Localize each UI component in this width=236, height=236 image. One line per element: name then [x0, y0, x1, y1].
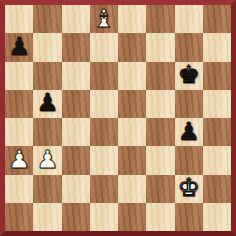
square-g5[interactable]	[175, 90, 203, 118]
white-king[interactable]: ♚	[177, 175, 199, 200]
square-a1[interactable]	[5, 203, 33, 231]
square-f6[interactable]	[146, 62, 174, 90]
square-h4[interactable]	[203, 118, 231, 146]
square-b6[interactable]	[33, 62, 61, 90]
chess-board: ♝♟♚♟♟♟♟♚	[5, 5, 231, 231]
square-b4[interactable]	[33, 118, 61, 146]
square-g3[interactable]	[175, 146, 203, 174]
black-pawn[interactable]: ♟	[177, 119, 199, 144]
square-b5[interactable]: ♟	[33, 90, 61, 118]
square-c8[interactable]	[62, 5, 90, 33]
square-b2[interactable]	[33, 175, 61, 203]
square-f4[interactable]	[146, 118, 174, 146]
square-b7[interactable]	[33, 33, 61, 61]
white-pawn[interactable]: ♟	[36, 147, 58, 172]
square-g8[interactable]	[175, 5, 203, 33]
square-d5[interactable]	[90, 90, 118, 118]
square-d1[interactable]	[90, 203, 118, 231]
square-b1[interactable]	[33, 203, 61, 231]
square-g6[interactable]: ♚	[175, 62, 203, 90]
chess-board-frame: ♝♟♚♟♟♟♟♚	[0, 0, 236, 236]
black-king[interactable]: ♚	[177, 62, 199, 87]
square-h1[interactable]	[203, 203, 231, 231]
square-c5[interactable]	[62, 90, 90, 118]
square-g7[interactable]	[175, 33, 203, 61]
square-h2[interactable]	[203, 175, 231, 203]
square-a5[interactable]	[5, 90, 33, 118]
white-pawn[interactable]: ♟	[8, 147, 30, 172]
square-a6[interactable]	[5, 62, 33, 90]
square-d2[interactable]	[90, 175, 118, 203]
square-g4[interactable]: ♟	[175, 118, 203, 146]
square-a4[interactable]	[5, 118, 33, 146]
square-d7[interactable]	[90, 33, 118, 61]
square-c3[interactable]	[62, 146, 90, 174]
black-pawn[interactable]: ♟	[8, 34, 30, 59]
square-c7[interactable]	[62, 33, 90, 61]
square-c6[interactable]	[62, 62, 90, 90]
square-b3[interactable]: ♟	[33, 146, 61, 174]
square-d3[interactable]	[90, 146, 118, 174]
square-d8[interactable]: ♝	[90, 5, 118, 33]
square-f2[interactable]	[146, 175, 174, 203]
square-g2[interactable]: ♚	[175, 175, 203, 203]
square-c2[interactable]	[62, 175, 90, 203]
black-pawn[interactable]: ♟	[36, 90, 58, 115]
square-a8[interactable]	[5, 5, 33, 33]
square-e3[interactable]	[118, 146, 146, 174]
square-h3[interactable]	[203, 146, 231, 174]
square-f1[interactable]	[146, 203, 174, 231]
square-f5[interactable]	[146, 90, 174, 118]
square-d6[interactable]	[90, 62, 118, 90]
square-g1[interactable]	[175, 203, 203, 231]
square-e2[interactable]	[118, 175, 146, 203]
square-h6[interactable]	[203, 62, 231, 90]
square-b8[interactable]	[33, 5, 61, 33]
square-h7[interactable]	[203, 33, 231, 61]
square-h8[interactable]	[203, 5, 231, 33]
square-e4[interactable]	[118, 118, 146, 146]
square-e6[interactable]	[118, 62, 146, 90]
square-a2[interactable]	[5, 175, 33, 203]
square-e1[interactable]	[118, 203, 146, 231]
square-c4[interactable]	[62, 118, 90, 146]
square-e7[interactable]	[118, 33, 146, 61]
square-f8[interactable]	[146, 5, 174, 33]
square-a7[interactable]: ♟	[5, 33, 33, 61]
square-e5[interactable]	[118, 90, 146, 118]
square-e8[interactable]	[118, 5, 146, 33]
square-d4[interactable]	[90, 118, 118, 146]
white-bishop[interactable]: ♝	[93, 6, 115, 31]
square-f7[interactable]	[146, 33, 174, 61]
square-h5[interactable]	[203, 90, 231, 118]
square-c1[interactable]	[62, 203, 90, 231]
square-a3[interactable]: ♟	[5, 146, 33, 174]
square-f3[interactable]	[146, 146, 174, 174]
